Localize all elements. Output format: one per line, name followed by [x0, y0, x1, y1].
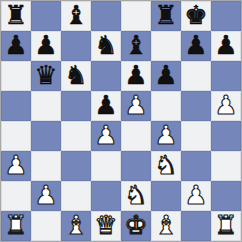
- square-g6[interactable]: [181, 61, 211, 91]
- square-e3[interactable]: [121, 151, 151, 181]
- black-pawn-icon[interactable]: ♟: [154, 60, 177, 90]
- square-e2[interactable]: ♞: [121, 181, 151, 211]
- square-e7[interactable]: ♝: [121, 31, 151, 61]
- white-pawn-icon[interactable]: ♟: [214, 90, 237, 120]
- square-a7[interactable]: ♟: [1, 31, 31, 61]
- square-a8[interactable]: ♜: [1, 1, 31, 31]
- square-d5[interactable]: ♟: [91, 91, 121, 121]
- black-rook-icon[interactable]: ♜: [4, 0, 27, 30]
- square-c3[interactable]: [61, 151, 91, 181]
- chess-board-frame: ♜♝♜♚♟♟♞♝♟♟♛♞♟♟♟♟♟♟♟♟♞♟♞♟♜♝♛♚♝♜: [0, 0, 242, 242]
- white-rook-icon[interactable]: ♜: [214, 210, 237, 240]
- white-pawn-icon[interactable]: ♟: [124, 90, 147, 120]
- square-g7[interactable]: ♟: [181, 31, 211, 61]
- square-b3[interactable]: [31, 151, 61, 181]
- square-a5[interactable]: [1, 91, 31, 121]
- square-c5[interactable]: [61, 91, 91, 121]
- black-bishop-icon[interactable]: ♝: [64, 0, 87, 30]
- square-h1[interactable]: ♜: [211, 211, 241, 241]
- square-a1[interactable]: ♜: [1, 211, 31, 241]
- black-pawn-icon[interactable]: ♟: [184, 30, 207, 60]
- black-knight-icon[interactable]: ♞: [94, 30, 117, 60]
- square-b6[interactable]: ♛: [31, 61, 61, 91]
- square-c1[interactable]: ♝: [61, 211, 91, 241]
- black-pawn-icon[interactable]: ♟: [4, 30, 27, 60]
- square-f5[interactable]: [151, 91, 181, 121]
- square-c4[interactable]: [61, 121, 91, 151]
- square-c7[interactable]: [61, 31, 91, 61]
- square-h6[interactable]: [211, 61, 241, 91]
- square-d1[interactable]: ♛: [91, 211, 121, 241]
- square-c6[interactable]: ♞: [61, 61, 91, 91]
- square-f8[interactable]: ♜: [151, 1, 181, 31]
- square-a2[interactable]: [1, 181, 31, 211]
- square-e6[interactable]: ♟: [121, 61, 151, 91]
- white-pawn-icon[interactable]: ♟: [94, 120, 117, 150]
- square-e5[interactable]: ♟: [121, 91, 151, 121]
- square-a3[interactable]: ♟: [1, 151, 31, 181]
- square-d2[interactable]: [91, 181, 121, 211]
- black-pawn-icon[interactable]: ♟: [34, 30, 57, 60]
- square-a6[interactable]: [1, 61, 31, 91]
- square-h5[interactable]: ♟: [211, 91, 241, 121]
- square-b4[interactable]: [31, 121, 61, 151]
- square-h3[interactable]: [211, 151, 241, 181]
- square-d3[interactable]: [91, 151, 121, 181]
- square-g2[interactable]: ♟: [181, 181, 211, 211]
- black-bishop-icon[interactable]: ♝: [124, 30, 147, 60]
- square-h8[interactable]: [211, 1, 241, 31]
- square-e1[interactable]: ♚: [121, 211, 151, 241]
- square-f4[interactable]: ♟: [151, 121, 181, 151]
- square-g1[interactable]: [181, 211, 211, 241]
- square-b5[interactable]: [31, 91, 61, 121]
- square-f6[interactable]: ♟: [151, 61, 181, 91]
- white-knight-icon[interactable]: ♞: [154, 150, 177, 180]
- square-h4[interactable]: [211, 121, 241, 151]
- square-f3[interactable]: ♞: [151, 151, 181, 181]
- square-e8[interactable]: [121, 1, 151, 31]
- square-h2[interactable]: [211, 181, 241, 211]
- black-pawn-icon[interactable]: ♟: [124, 60, 147, 90]
- white-bishop-icon[interactable]: ♝: [154, 210, 177, 240]
- black-pawn-icon[interactable]: ♟: [214, 30, 237, 60]
- square-d6[interactable]: [91, 61, 121, 91]
- square-c2[interactable]: [61, 181, 91, 211]
- square-g5[interactable]: [181, 91, 211, 121]
- white-bishop-icon[interactable]: ♝: [64, 210, 87, 240]
- square-f7[interactable]: [151, 31, 181, 61]
- chess-board: ♜♝♜♚♟♟♞♝♟♟♛♞♟♟♟♟♟♟♟♟♞♟♞♟♜♝♛♚♝♜: [1, 1, 241, 241]
- square-c8[interactable]: ♝: [61, 1, 91, 31]
- black-knight-icon[interactable]: ♞: [64, 60, 87, 90]
- white-pawn-icon[interactable]: ♟: [154, 120, 177, 150]
- square-d4[interactable]: ♟: [91, 121, 121, 151]
- white-knight-icon[interactable]: ♞: [124, 180, 147, 210]
- white-king-icon[interactable]: ♚: [124, 210, 147, 240]
- black-rook-icon[interactable]: ♜: [154, 0, 177, 30]
- square-h7[interactable]: ♟: [211, 31, 241, 61]
- white-rook-icon[interactable]: ♜: [4, 210, 27, 240]
- black-pawn-icon[interactable]: ♟: [94, 90, 117, 120]
- black-queen-icon[interactable]: ♛: [34, 60, 57, 90]
- square-e4[interactable]: [121, 121, 151, 151]
- square-g8[interactable]: ♚: [181, 1, 211, 31]
- square-f2[interactable]: [151, 181, 181, 211]
- square-a4[interactable]: [1, 121, 31, 151]
- square-g3[interactable]: [181, 151, 211, 181]
- square-b1[interactable]: [31, 211, 61, 241]
- square-b2[interactable]: ♟: [31, 181, 61, 211]
- square-d7[interactable]: ♞: [91, 31, 121, 61]
- square-d8[interactable]: [91, 1, 121, 31]
- white-pawn-icon[interactable]: ♟: [4, 150, 27, 180]
- white-pawn-icon[interactable]: ♟: [34, 180, 57, 210]
- black-king-icon[interactable]: ♚: [184, 0, 207, 30]
- square-f1[interactable]: ♝: [151, 211, 181, 241]
- square-b8[interactable]: [31, 1, 61, 31]
- white-queen-icon[interactable]: ♛: [94, 210, 117, 240]
- square-g4[interactable]: [181, 121, 211, 151]
- white-pawn-icon[interactable]: ♟: [184, 180, 207, 210]
- square-b7[interactable]: ♟: [31, 31, 61, 61]
